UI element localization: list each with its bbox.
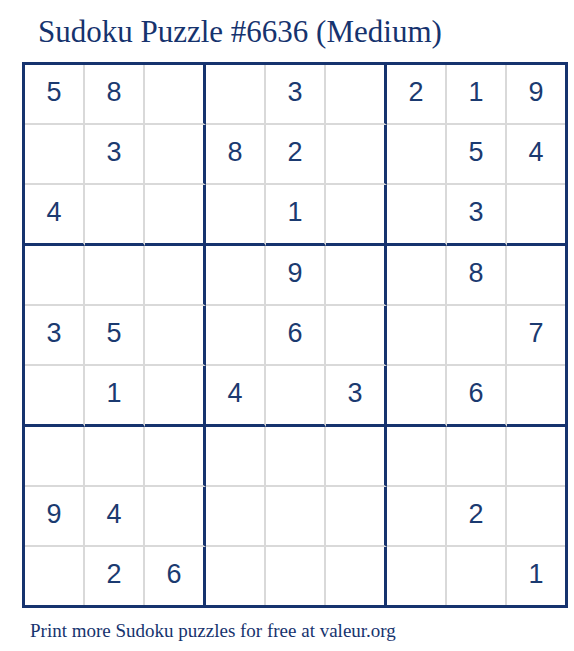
sudoku-cell[interactable]: 8 [85, 65, 145, 125]
sudoku-cell[interactable] [266, 366, 326, 427]
sudoku-cell[interactable]: 8 [206, 125, 266, 185]
sudoku-cell[interactable] [387, 306, 447, 366]
sudoku-cell[interactable]: 1 [266, 185, 326, 246]
sudoku-cell[interactable] [145, 125, 206, 185]
sudoku-cell[interactable]: 4 [85, 487, 145, 547]
sudoku-board: 583219382544139835671436942261 [22, 62, 568, 608]
sudoku-cell[interactable] [206, 427, 266, 487]
sudoku-cell[interactable]: 6 [145, 547, 206, 605]
sudoku-cell[interactable] [266, 487, 326, 547]
sudoku-cell[interactable] [206, 246, 266, 306]
sudoku-cell[interactable]: 3 [266, 65, 326, 125]
sudoku-cell[interactable]: 6 [266, 306, 326, 366]
sudoku-cell[interactable] [326, 246, 387, 306]
sudoku-cell[interactable] [25, 427, 85, 487]
sudoku-cell[interactable]: 3 [447, 185, 507, 246]
sudoku-cell[interactable]: 1 [85, 366, 145, 427]
sudoku-cell[interactable] [206, 547, 266, 605]
sudoku-cell[interactable] [25, 547, 85, 605]
sudoku-cell[interactable] [25, 366, 85, 427]
sudoku-cell[interactable] [326, 487, 387, 547]
sudoku-cell[interactable]: 5 [447, 125, 507, 185]
sudoku-cell[interactable] [206, 306, 266, 366]
sudoku-cell[interactable]: 1 [447, 65, 507, 125]
sudoku-cell[interactable] [326, 547, 387, 605]
sudoku-cell[interactable]: 2 [85, 547, 145, 605]
sudoku-cell[interactable] [507, 427, 565, 487]
sudoku-cell[interactable] [447, 427, 507, 487]
sudoku-cell[interactable]: 8 [447, 246, 507, 306]
sudoku-cell[interactable]: 6 [447, 366, 507, 427]
sudoku-cell[interactable] [387, 246, 447, 306]
sudoku-cell[interactable] [387, 125, 447, 185]
sudoku-cell[interactable] [326, 306, 387, 366]
sudoku-cell[interactable] [387, 185, 447, 246]
sudoku-cell[interactable] [507, 185, 565, 246]
sudoku-cell[interactable]: 3 [25, 306, 85, 366]
sudoku-cell[interactable]: 2 [447, 487, 507, 547]
sudoku-cell[interactable]: 5 [25, 65, 85, 125]
sudoku-cell[interactable] [326, 125, 387, 185]
sudoku-cell[interactable] [206, 487, 266, 547]
sudoku-cell[interactable]: 5 [85, 306, 145, 366]
sudoku-cell[interactable] [145, 185, 206, 246]
sudoku-cell[interactable] [447, 306, 507, 366]
sudoku-cell[interactable] [145, 65, 206, 125]
sudoku-cell[interactable] [266, 427, 326, 487]
sudoku-cell[interactable] [206, 65, 266, 125]
sudoku-cell[interactable] [145, 427, 206, 487]
sudoku-cell[interactable]: 3 [326, 366, 387, 427]
sudoku-cell[interactable]: 4 [507, 125, 565, 185]
sudoku-cell[interactable] [507, 487, 565, 547]
sudoku-cell[interactable]: 7 [507, 306, 565, 366]
sudoku-cell[interactable] [266, 547, 326, 605]
sudoku-cell[interactable] [145, 487, 206, 547]
sudoku-cell[interactable] [85, 185, 145, 246]
sudoku-cell[interactable]: 2 [387, 65, 447, 125]
footer-text: Print more Sudoku puzzles for free at va… [0, 608, 574, 642]
sudoku-cell[interactable]: 9 [25, 487, 85, 547]
sudoku-cell[interactable] [145, 246, 206, 306]
sudoku-cell[interactable] [85, 427, 145, 487]
sudoku-cell[interactable]: 9 [507, 65, 565, 125]
page: Sudoku Puzzle #6636 (Medium) 58321938254… [0, 0, 574, 651]
sudoku-cell[interactable]: 4 [206, 366, 266, 427]
sudoku-cell[interactable]: 3 [85, 125, 145, 185]
sudoku-cell[interactable] [387, 487, 447, 547]
puzzle-title: Sudoku Puzzle #6636 (Medium) [0, 0, 574, 50]
sudoku-cell[interactable]: 1 [507, 547, 565, 605]
sudoku-cell[interactable]: 4 [25, 185, 85, 246]
sudoku-cell[interactable] [326, 427, 387, 487]
sudoku-cell[interactable] [145, 366, 206, 427]
sudoku-cell[interactable] [326, 185, 387, 246]
sudoku-cell[interactable] [326, 65, 387, 125]
sudoku-cell[interactable] [25, 246, 85, 306]
sudoku-cell[interactable] [507, 366, 565, 427]
sudoku-cell[interactable] [85, 246, 145, 306]
sudoku-cell[interactable] [206, 185, 266, 246]
sudoku-cell[interactable] [145, 306, 206, 366]
sudoku-cell[interactable] [387, 366, 447, 427]
sudoku-cell[interactable] [447, 547, 507, 605]
sudoku-cell[interactable]: 2 [266, 125, 326, 185]
sudoku-cell[interactable] [387, 427, 447, 487]
sudoku-cell[interactable] [507, 246, 565, 306]
sudoku-cell[interactable]: 9 [266, 246, 326, 306]
sudoku-cell[interactable] [387, 547, 447, 605]
sudoku-cell[interactable] [25, 125, 85, 185]
